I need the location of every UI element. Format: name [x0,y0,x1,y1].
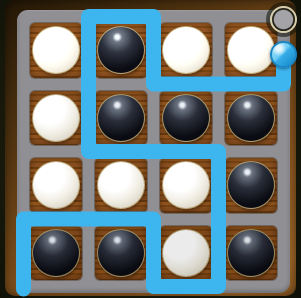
board-grid: ●●●●●●●●●●●●●●●● [17,10,290,293]
white-stone: ● [32,26,80,74]
game-screen: ●●●●●●●●●●●●●●●● [0,0,301,298]
black-stone: ● [227,94,275,142]
white-stone: ● [162,161,210,209]
white-stone: ● [162,26,210,74]
board-cell-r2c2[interactable]: ● [95,91,147,146]
black-stone: ● [97,26,145,74]
board-cell-r3c3[interactable]: ● [160,158,212,213]
board-cell-r3c2[interactable]: ● [95,158,147,213]
black-stone: ● [227,229,275,277]
board-cell-r3c4[interactable]: ● [225,158,277,213]
board-cell-r1c3[interactable]: ● [160,23,212,78]
board-cell-r2c1[interactable]: ● [30,91,82,146]
black-stone: ● [227,161,275,209]
board-cell-r1c2[interactable]: ● [95,23,147,78]
board-cell-r1c1[interactable]: ● [30,23,82,78]
black-stone: ● [97,229,145,277]
drag-handle-gem[interactable] [270,41,297,68]
board-cell-r2c4[interactable]: ● [225,91,277,146]
white-stone: ● [162,229,210,277]
board-cell-r4c4[interactable]: ● [225,226,277,281]
board-cell-r4c2[interactable]: ● [95,226,147,281]
board-cell-r1c4[interactable]: ● [225,23,277,78]
board-cell-r4c1[interactable]: ● [30,226,82,281]
black-stone: ● [97,94,145,142]
white-stone: ● [32,161,80,209]
goal-ring-icon [270,6,297,33]
black-stone: ● [162,94,210,142]
white-stone: ● [32,94,80,142]
board-cell-r2c3[interactable]: ● [160,91,212,146]
board-cell-r3c1[interactable]: ● [30,158,82,213]
wooden-board-frame: ●●●●●●●●●●●●●●●● [5,0,296,296]
white-stone: ● [97,161,145,209]
board-cell-r4c3[interactable]: ● [160,226,212,281]
white-stone: ● [227,26,275,74]
black-stone: ● [32,229,80,277]
